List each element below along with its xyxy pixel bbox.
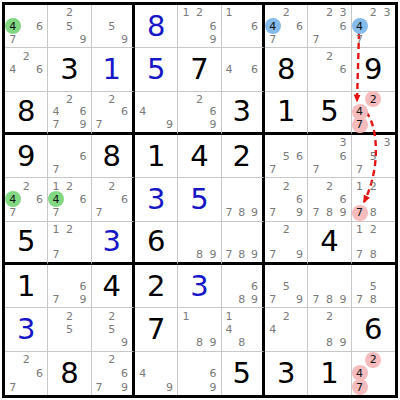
cell-r7c9[interactable]: 578 [352, 265, 395, 308]
cell-r5c8[interactable]: 26789 [308, 178, 351, 221]
candidate-5 [279, 323, 292, 336]
candidate-7 [223, 293, 236, 306]
candidate-3 [380, 353, 394, 367]
cell-r1c2[interactable]: 259 [48, 5, 91, 48]
candidate-7-highlighted: 7 [353, 380, 367, 394]
candidate-7: 7 [353, 293, 367, 306]
candidate-6 [118, 19, 131, 32]
cell-r9c2[interactable]: 8 [48, 352, 91, 395]
candidate-8 [63, 33, 76, 46]
pencil-marks: 26 [309, 49, 349, 89]
pencil-marks: 259 [49, 6, 89, 46]
candidate-1: 1 [49, 223, 62, 236]
cell-r6c9[interactable]: 1278 [352, 222, 395, 265]
pencil-marks: 12467 [49, 179, 89, 219]
cell-r9c7[interactable]: 3 [265, 352, 308, 395]
candidate-7: 7 [49, 293, 62, 306]
cell-r1c1[interactable]: 467 [5, 5, 48, 48]
candidate-3 [380, 223, 394, 236]
cell-r3c4[interactable]: 49 [135, 92, 178, 135]
candidate-2 [235, 266, 248, 279]
cell-r3c9[interactable]: 247 [352, 92, 395, 135]
candidate-4: 4 [266, 323, 279, 336]
candidate-9: 9 [206, 380, 219, 394]
cell-r4c4[interactable]: 1 [135, 135, 178, 178]
cell-r5c5[interactable]: 5 [178, 178, 221, 221]
cell-r8c9[interactable]: 6 [352, 308, 395, 351]
candidate-8 [323, 33, 336, 46]
cell-r8c5[interactable]: 189 [178, 308, 221, 351]
candidate-4: 4 [136, 105, 149, 118]
candidate-4 [266, 235, 279, 248]
cell-r8c6[interactable]: 148 [222, 308, 265, 351]
candidate-6: 6 [33, 193, 46, 206]
cell-r2c2[interactable]: 3 [48, 48, 91, 91]
candidate-5 [149, 105, 162, 118]
candidate-3 [163, 353, 176, 367]
candidate-6 [293, 279, 306, 292]
candidate-4 [223, 279, 236, 292]
candidate-7: 7 [309, 206, 322, 219]
cell-r7c2[interactable]: 679 [48, 265, 91, 308]
cell-r2c1[interactable]: 246 [5, 48, 48, 91]
cell-r5c9[interactable]: 1278 [352, 178, 395, 221]
cell-r3c8[interactable]: 5 [308, 92, 351, 135]
pencil-marks: 289 [309, 309, 349, 349]
candidate-6: 6 [248, 19, 261, 32]
candidate-3 [380, 93, 394, 106]
cell-r7c6[interactable]: 689 [222, 265, 265, 308]
given-digit: 4 [320, 227, 338, 256]
cell-r7c5[interactable]: 3 [178, 265, 221, 308]
candidate-6: 6 [118, 193, 131, 206]
cell-r4c9[interactable]: 357 [352, 135, 395, 178]
candidate-9 [380, 293, 394, 306]
cell-r8c8[interactable]: 289 [308, 308, 351, 351]
candidate-8 [279, 163, 292, 176]
candidate-8 [279, 293, 292, 306]
candidate-8 [279, 206, 292, 219]
candidate-5 [19, 19, 32, 32]
candidate-4 [353, 235, 367, 248]
candidate-6: 6 [118, 105, 131, 118]
pencil-marks: 789 [309, 266, 349, 306]
candidate-9 [336, 76, 349, 89]
candidate-8: 8 [193, 336, 206, 349]
candidate-3: 3 [380, 136, 394, 149]
candidate-6 [163, 366, 176, 380]
cell-r1c8[interactable]: 2367 [308, 5, 351, 48]
candidate-4 [179, 366, 192, 380]
candidate-7 [93, 336, 106, 349]
candidate-1 [266, 309, 279, 322]
pencil-marks: 1278 [353, 179, 394, 219]
cell-r8c4[interactable]: 7 [135, 308, 178, 351]
cell-r1c5[interactable]: 1269 [178, 5, 221, 48]
candidate-6 [380, 19, 394, 32]
candidate-1 [6, 49, 19, 62]
solved-digit: 3 [17, 315, 35, 344]
candidate-4: 4 [223, 63, 236, 76]
candidate-4-highlighted: 4 [6, 19, 19, 32]
candidate-3 [33, 6, 46, 19]
cell-r6c1[interactable]: 5 [5, 222, 48, 265]
cell-r2c8[interactable]: 26 [308, 48, 351, 91]
cell-r8c7[interactable]: 24 [265, 308, 308, 351]
cell-r6c2[interactable]: 127 [48, 222, 91, 265]
cell-r4c1[interactable]: 9 [5, 135, 48, 178]
candidate-4 [93, 105, 106, 118]
pencil-marks: 1269 [179, 6, 219, 46]
cell-r6c4[interactable]: 6 [135, 222, 178, 265]
candidate-2 [193, 223, 206, 236]
candidate-5 [63, 105, 76, 118]
candidate-3 [163, 93, 176, 106]
candidate-6 [380, 366, 394, 380]
candidate-9: 9 [118, 33, 131, 46]
cell-r4c6[interactable]: 2 [222, 135, 265, 178]
candidate-7 [179, 336, 192, 349]
candidate-3 [76, 6, 89, 19]
candidate-7: 7 [309, 163, 322, 176]
given-digit: 3 [60, 55, 78, 84]
cell-r6c6[interactable]: 789 [222, 222, 265, 265]
candidate-9 [248, 76, 261, 89]
cell-r7c7[interactable]: 579 [265, 265, 308, 308]
cell-r2c4[interactable]: 5 [135, 48, 178, 91]
cell-r4c2[interactable]: 67 [48, 135, 91, 178]
candidate-2: 2 [63, 93, 76, 106]
cell-r9c6[interactable]: 5 [222, 352, 265, 395]
candidate-8 [63, 206, 76, 219]
candidate-9 [76, 248, 89, 261]
candidate-1 [353, 266, 367, 279]
given-digit: 4 [190, 142, 208, 171]
candidate-5 [323, 193, 336, 206]
candidate-4 [49, 279, 62, 292]
candidate-9: 9 [76, 118, 89, 131]
pencil-marks: 578 [353, 266, 394, 306]
candidate-7 [93, 33, 106, 46]
candidate-1 [223, 49, 236, 62]
candidate-9: 9 [248, 206, 261, 219]
cell-r9c8[interactable]: 1 [308, 352, 351, 395]
cell-r5c2[interactable]: 12467 [48, 178, 91, 221]
pencil-marks: 24679 [49, 93, 89, 131]
candidate-8: 8 [366, 293, 380, 306]
candidate-1 [49, 93, 62, 106]
pencil-marks: 67 [49, 136, 89, 176]
candidate-8: 8 [235, 206, 248, 219]
candidate-7: 7 [353, 248, 367, 261]
candidate-8 [19, 76, 32, 89]
candidate-2 [235, 309, 248, 322]
candidate-9 [380, 118, 394, 131]
pencil-marks: 16 [223, 6, 261, 46]
cell-r7c4[interactable]: 2 [135, 265, 178, 308]
candidate-7: 7 [309, 293, 322, 306]
candidate-6 [380, 105, 394, 118]
candidate-6 [206, 235, 219, 248]
pencil-marks: 2679 [93, 353, 131, 394]
candidate-7 [49, 33, 62, 46]
cell-r5c4[interactable]: 3 [135, 178, 178, 221]
cell-r3c1[interactable]: 8 [5, 92, 48, 135]
cell-r8c3[interactable]: 259 [92, 308, 135, 351]
candidate-1 [179, 223, 192, 236]
given-digit: 8 [60, 359, 78, 388]
pencil-marks: 2367 [309, 6, 349, 46]
candidate-8 [366, 33, 380, 46]
pencil-marks: 49 [136, 353, 176, 394]
candidate-7: 7 [49, 163, 62, 176]
candidate-2: 2 [105, 309, 118, 322]
candidate-7-highlighted: 7 [353, 118, 367, 131]
cell-r2c6[interactable]: 46 [222, 48, 265, 91]
candidate-7: 7 [353, 163, 367, 176]
candidate-9 [76, 206, 89, 219]
candidate-5 [105, 366, 118, 380]
candidate-7-highlighted: 7 [353, 206, 367, 219]
candidate-2 [366, 266, 380, 279]
candidate-2: 2 [323, 6, 336, 19]
candidate-2 [235, 49, 248, 62]
candidate-5: 5 [279, 279, 292, 292]
candidate-2: 2 [63, 6, 76, 19]
cell-r2c3[interactable]: 1 [92, 48, 135, 91]
candidate-7 [6, 76, 19, 89]
candidate-3 [248, 179, 261, 192]
candidate-7: 7 [309, 33, 322, 46]
cell-r6c7[interactable]: 279 [265, 222, 308, 265]
candidate-2 [19, 6, 32, 19]
candidate-7: 7 [266, 293, 279, 306]
candidate-8 [105, 206, 118, 219]
candidate-3 [33, 49, 46, 62]
cell-r2c7[interactable]: 8 [265, 48, 308, 91]
cell-r3c7[interactable]: 1 [265, 92, 308, 135]
cell-r7c3[interactable]: 4 [92, 265, 135, 308]
pencil-marks: 246 [6, 49, 46, 89]
candidate-2: 2 [193, 93, 206, 106]
candidate-1 [223, 223, 236, 236]
candidate-6 [380, 149, 394, 162]
cell-r5c6[interactable]: 789 [222, 178, 265, 221]
candidate-9 [33, 33, 46, 46]
candidate-3 [118, 93, 131, 106]
candidate-8 [235, 33, 248, 46]
candidate-3 [118, 6, 131, 19]
candidate-6: 6 [118, 366, 131, 380]
cell-r5c1[interactable]: 2467 [5, 178, 48, 221]
candidate-8 [366, 163, 380, 176]
cell-r9c5[interactable]: 69 [178, 352, 221, 395]
candidate-2: 2 [63, 223, 76, 236]
candidate-1 [49, 266, 62, 279]
candidate-4 [179, 323, 192, 336]
candidate-8 [193, 118, 206, 131]
cell-r2c9[interactable]: 9 [352, 48, 395, 91]
given-digit: 2 [233, 142, 251, 171]
cell-r9c9[interactable]: 247 [352, 352, 395, 395]
candidate-2 [235, 179, 248, 192]
candidate-6 [76, 235, 89, 248]
candidate-2: 2 [279, 6, 292, 19]
cell-r4c3[interactable]: 8 [92, 135, 135, 178]
candidate-1 [93, 6, 106, 19]
candidate-3 [206, 6, 219, 19]
cell-r8c2[interactable]: 25 [48, 308, 91, 351]
candidate-7: 7 [93, 118, 106, 131]
candidate-9 [293, 163, 306, 176]
candidate-8 [105, 118, 118, 131]
cell-r9c4[interactable]: 49 [135, 352, 178, 395]
given-digit: 5 [233, 359, 251, 388]
cell-r1c6[interactable]: 16 [222, 5, 265, 48]
candidate-8 [149, 380, 162, 394]
candidate-9 [293, 33, 306, 46]
candidate-1: 1 [223, 6, 236, 19]
candidate-9: 9 [118, 380, 131, 394]
candidate-3 [293, 266, 306, 279]
pencil-marks: 59 [93, 6, 131, 46]
candidate-3 [293, 309, 306, 322]
candidate-9: 9 [163, 118, 176, 131]
candidate-6: 6 [293, 193, 306, 206]
candidate-7: 7 [6, 380, 19, 394]
cell-r4c8[interactable]: 367 [308, 135, 351, 178]
candidate-7: 7 [93, 380, 106, 394]
candidate-7: 7 [6, 206, 19, 219]
cell-r1c4[interactable]: 8 [135, 5, 178, 48]
cell-r1c7[interactable]: 2467 [265, 5, 308, 48]
candidate-6 [206, 323, 219, 336]
cell-r3c2[interactable]: 24679 [48, 92, 91, 135]
candidate-1 [136, 93, 149, 106]
cell-r9c3[interactable]: 2679 [92, 352, 135, 395]
candidate-4 [223, 235, 236, 248]
pencil-marks: 24 [266, 309, 306, 349]
candidate-9 [248, 33, 261, 46]
candidate-8 [63, 118, 76, 131]
pencil-marks: 148 [223, 309, 261, 349]
solved-digit: 3 [103, 227, 121, 256]
candidate-9 [380, 33, 394, 46]
candidate-4 [223, 19, 236, 32]
candidate-7: 7 [266, 206, 279, 219]
candidate-2: 2 [366, 223, 380, 236]
candidate-6: 6 [293, 149, 306, 162]
candidate-5 [323, 19, 336, 32]
candidate-9 [76, 336, 89, 349]
candidate-9: 9 [206, 118, 219, 131]
candidate-2: 2 [19, 49, 32, 62]
candidate-6: 6 [33, 63, 46, 76]
candidate-9 [380, 206, 394, 219]
candidate-1: 1 [353, 223, 367, 236]
candidate-1 [309, 309, 322, 322]
cell-r5c3[interactable]: 267 [92, 178, 135, 221]
candidate-4 [49, 235, 62, 248]
given-digit: 1 [17, 272, 35, 301]
pencil-marks: 579 [266, 266, 306, 306]
candidate-8 [19, 206, 32, 219]
candidate-9: 9 [118, 336, 131, 349]
given-digit: 7 [190, 55, 208, 84]
pencil-marks: 247 [353, 93, 394, 131]
cell-r7c8[interactable]: 789 [308, 265, 351, 308]
candidate-6 [293, 235, 306, 248]
candidate-6 [336, 279, 349, 292]
cell-r2c5[interactable]: 7 [178, 48, 221, 91]
candidate-7 [179, 33, 192, 46]
cell-r3c6[interactable]: 3 [222, 92, 265, 135]
candidate-3 [118, 179, 131, 192]
candidate-4-highlighted: 4 [353, 19, 367, 32]
candidate-9 [33, 76, 46, 89]
candidate-4: 4 [49, 105, 62, 118]
pencil-marks: 367 [309, 136, 349, 176]
candidate-1 [309, 136, 322, 149]
pencil-marks: 789 [223, 223, 261, 261]
candidate-1: 1 [223, 309, 236, 322]
candidate-6: 6 [248, 63, 261, 76]
candidate-6: 6 [206, 366, 219, 380]
candidate-4 [353, 279, 367, 292]
candidate-6: 6 [336, 19, 349, 32]
candidate-9 [293, 336, 306, 349]
cell-r3c5[interactable]: 269 [178, 92, 221, 135]
candidate-3 [76, 179, 89, 192]
candidate-2: 2 [366, 179, 380, 192]
candidate-5 [63, 235, 76, 248]
pencil-marks: 69 [179, 353, 219, 394]
candidate-6 [163, 105, 176, 118]
candidate-6: 6 [76, 193, 89, 206]
cell-r5c7[interactable]: 2679 [265, 178, 308, 221]
candidate-2 [105, 6, 118, 19]
cell-r8c1[interactable]: 3 [5, 308, 48, 351]
candidate-9: 9 [248, 248, 261, 261]
candidate-2: 2 [323, 309, 336, 322]
given-digit: 3 [233, 97, 251, 126]
candidate-5 [323, 149, 336, 162]
candidate-8 [63, 336, 76, 349]
sudoku-app: 4672595981269162467236723472463157468269… [0, 0, 400, 400]
cell-r4c5[interactable]: 4 [178, 135, 221, 178]
candidate-5 [366, 19, 380, 32]
given-digit: 8 [17, 97, 35, 126]
cell-r6c3[interactable]: 3 [92, 222, 135, 265]
candidate-4 [49, 149, 62, 162]
candidate-3 [33, 353, 46, 367]
cell-r9c1[interactable]: 267 [5, 352, 48, 395]
cell-r7c1[interactable]: 1 [5, 265, 48, 308]
cell-r1c9[interactable]: 2347 [352, 5, 395, 48]
pencil-marks: 467 [6, 6, 46, 46]
cell-r6c8[interactable]: 4 [308, 222, 351, 265]
cell-r6c5[interactable]: 89 [178, 222, 221, 265]
pencil-marks: 49 [136, 93, 176, 131]
given-digit: 1 [277, 97, 295, 126]
candidate-8 [366, 380, 380, 394]
given-digit: 5 [320, 97, 338, 126]
cell-r3c3[interactable]: 267 [92, 92, 135, 135]
candidate-7: 7 [266, 33, 279, 46]
cell-r4c7[interactable]: 567 [265, 135, 308, 178]
candidate-5 [279, 19, 292, 32]
cell-r1c3[interactable]: 59 [92, 5, 135, 48]
